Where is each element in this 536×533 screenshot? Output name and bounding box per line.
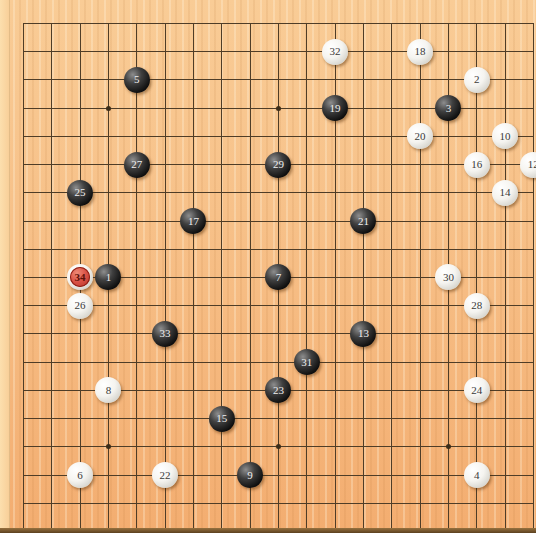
intersection-14-3[interactable] [378, 66, 406, 94]
intersection-10-7[interactable] [264, 179, 292, 207]
intersection-9-1[interactable] [236, 9, 264, 37]
intersection-3-15[interactable] [66, 404, 94, 432]
intersection-4-6[interactable] [94, 150, 122, 178]
intersection-15-15[interactable] [406, 404, 434, 432]
intersection-1-18[interactable] [9, 489, 37, 517]
intersection-12-18[interactable] [321, 489, 349, 517]
intersection-9-12[interactable] [236, 320, 264, 348]
intersection-8-1[interactable] [208, 9, 236, 37]
intersection-9-17[interactable]: 9 [236, 461, 264, 489]
intersection-5-16[interactable] [123, 433, 151, 461]
intersection-10-14[interactable]: 23 [264, 376, 292, 404]
intersection-6-16[interactable] [151, 433, 179, 461]
intersection-13-16[interactable] [349, 433, 377, 461]
go-board[interactable]: 3218521932010272916122514172134173026283… [9, 9, 536, 533]
intersection-6-17[interactable]: 22 [151, 461, 179, 489]
intersection-3-17[interactable]: 6 [66, 461, 94, 489]
intersection-3-12[interactable] [66, 320, 94, 348]
intersection-9-5[interactable] [236, 122, 264, 150]
intersection-4-2[interactable] [94, 38, 122, 66]
intersection-12-11[interactable] [321, 292, 349, 320]
intersection-13-13[interactable] [349, 348, 377, 376]
intersection-2-7[interactable] [38, 179, 66, 207]
intersection-14-16[interactable] [378, 433, 406, 461]
intersection-4-10[interactable]: 1 [94, 263, 122, 291]
intersection-14-12[interactable] [378, 320, 406, 348]
intersection-5-9[interactable] [123, 235, 151, 263]
intersection-14-14[interactable] [378, 376, 406, 404]
intersection-14-2[interactable] [378, 38, 406, 66]
intersection-3-13[interactable] [66, 348, 94, 376]
intersection-4-13[interactable] [94, 348, 122, 376]
intersection-1-4[interactable] [9, 94, 37, 122]
intersection-12-2[interactable]: 32 [321, 38, 349, 66]
intersection-19-1[interactable] [519, 9, 536, 37]
intersection-18-8[interactable] [491, 207, 519, 235]
intersection-10-1[interactable] [264, 9, 292, 37]
intersection-3-1[interactable] [66, 9, 94, 37]
intersection-11-10[interactable] [293, 263, 321, 291]
intersection-18-5[interactable]: 10 [491, 122, 519, 150]
intersection-11-12[interactable] [293, 320, 321, 348]
intersection-1-15[interactable] [9, 404, 37, 432]
intersection-1-16[interactable] [9, 433, 37, 461]
intersection-1-14[interactable] [9, 376, 37, 404]
intersection-6-7[interactable] [151, 179, 179, 207]
intersection-16-9[interactable] [434, 235, 462, 263]
intersection-14-9[interactable] [378, 235, 406, 263]
intersection-13-15[interactable] [349, 404, 377, 432]
intersection-9-11[interactable] [236, 292, 264, 320]
intersection-11-14[interactable] [293, 376, 321, 404]
intersection-8-4[interactable] [208, 94, 236, 122]
intersection-3-7[interactable]: 25 [66, 179, 94, 207]
intersection-14-15[interactable] [378, 404, 406, 432]
intersection-6-1[interactable] [151, 9, 179, 37]
intersection-6-4[interactable] [151, 94, 179, 122]
intersection-13-7[interactable] [349, 179, 377, 207]
intersection-2-5[interactable] [38, 122, 66, 150]
intersection-2-16[interactable] [38, 433, 66, 461]
intersection-17-1[interactable] [463, 9, 491, 37]
intersection-1-9[interactable] [9, 235, 37, 263]
intersection-5-1[interactable] [123, 9, 151, 37]
intersection-15-4[interactable] [406, 94, 434, 122]
intersection-13-12[interactable]: 13 [349, 320, 377, 348]
intersection-16-18[interactable] [434, 489, 462, 517]
intersection-18-10[interactable] [491, 263, 519, 291]
intersection-8-13[interactable] [208, 348, 236, 376]
intersection-13-10[interactable] [349, 263, 377, 291]
intersection-13-11[interactable] [349, 292, 377, 320]
intersection-2-12[interactable] [38, 320, 66, 348]
intersection-16-12[interactable] [434, 320, 462, 348]
intersection-12-7[interactable] [321, 179, 349, 207]
intersection-7-15[interactable] [179, 404, 207, 432]
intersection-16-10[interactable]: 30 [434, 263, 462, 291]
intersection-11-17[interactable] [293, 461, 321, 489]
intersection-19-17[interactable] [519, 461, 536, 489]
intersection-8-15[interactable]: 15 [208, 404, 236, 432]
intersection-5-12[interactable] [123, 320, 151, 348]
intersection-6-9[interactable] [151, 235, 179, 263]
intersection-12-5[interactable] [321, 122, 349, 150]
intersection-8-10[interactable] [208, 263, 236, 291]
intersection-13-1[interactable] [349, 9, 377, 37]
intersection-12-6[interactable] [321, 150, 349, 178]
intersection-7-7[interactable] [179, 179, 207, 207]
intersection-1-12[interactable] [9, 320, 37, 348]
intersection-4-14[interactable]: 8 [94, 376, 122, 404]
intersection-4-15[interactable] [94, 404, 122, 432]
intersection-12-15[interactable] [321, 404, 349, 432]
intersection-14-18[interactable] [378, 489, 406, 517]
intersection-19-14[interactable] [519, 376, 536, 404]
intersection-13-9[interactable] [349, 235, 377, 263]
intersection-16-7[interactable] [434, 179, 462, 207]
intersection-9-14[interactable] [236, 376, 264, 404]
intersection-7-17[interactable] [179, 461, 207, 489]
intersection-13-5[interactable] [349, 122, 377, 150]
intersection-1-13[interactable] [9, 348, 37, 376]
intersection-19-3[interactable] [519, 66, 536, 94]
intersection-10-16[interactable] [264, 433, 292, 461]
intersection-6-8[interactable] [151, 207, 179, 235]
intersection-19-15[interactable] [519, 404, 536, 432]
intersection-13-17[interactable] [349, 461, 377, 489]
intersection-2-1[interactable] [38, 9, 66, 37]
intersection-8-6[interactable] [208, 150, 236, 178]
intersection-10-11[interactable] [264, 292, 292, 320]
intersection-4-8[interactable] [94, 207, 122, 235]
intersection-16-5[interactable] [434, 122, 462, 150]
intersection-5-8[interactable] [123, 207, 151, 235]
intersection-14-13[interactable] [378, 348, 406, 376]
intersection-17-6[interactable]: 16 [463, 150, 491, 178]
intersection-4-18[interactable] [94, 489, 122, 517]
intersection-1-7[interactable] [9, 179, 37, 207]
intersection-16-1[interactable] [434, 9, 462, 37]
intersection-8-12[interactable] [208, 320, 236, 348]
intersection-7-2[interactable] [179, 38, 207, 66]
intersection-7-14[interactable] [179, 376, 207, 404]
intersection-17-15[interactable] [463, 404, 491, 432]
intersection-16-4[interactable]: 3 [434, 94, 462, 122]
intersection-7-1[interactable] [179, 9, 207, 37]
intersection-16-13[interactable] [434, 348, 462, 376]
intersection-2-15[interactable] [38, 404, 66, 432]
intersection-10-12[interactable] [264, 320, 292, 348]
intersection-9-8[interactable] [236, 207, 264, 235]
intersection-17-2[interactable] [463, 38, 491, 66]
intersection-3-9[interactable] [66, 235, 94, 263]
intersection-15-8[interactable] [406, 207, 434, 235]
intersection-5-2[interactable] [123, 38, 151, 66]
intersection-5-15[interactable] [123, 404, 151, 432]
intersection-8-8[interactable] [208, 207, 236, 235]
intersection-10-5[interactable] [264, 122, 292, 150]
intersection-11-15[interactable] [293, 404, 321, 432]
intersection-18-16[interactable] [491, 433, 519, 461]
intersection-11-5[interactable] [293, 122, 321, 150]
intersection-6-18[interactable] [151, 489, 179, 517]
intersection-10-15[interactable] [264, 404, 292, 432]
intersection-2-8[interactable] [38, 207, 66, 235]
intersection-18-7[interactable]: 14 [491, 179, 519, 207]
intersection-2-9[interactable] [38, 235, 66, 263]
intersection-2-13[interactable] [38, 348, 66, 376]
intersection-1-3[interactable] [9, 66, 37, 94]
intersection-19-11[interactable] [519, 292, 536, 320]
intersection-4-16[interactable] [94, 433, 122, 461]
intersection-4-17[interactable] [94, 461, 122, 489]
intersection-9-13[interactable] [236, 348, 264, 376]
intersection-3-2[interactable] [66, 38, 94, 66]
intersection-12-12[interactable] [321, 320, 349, 348]
intersection-11-16[interactable] [293, 433, 321, 461]
intersection-4-4[interactable] [94, 94, 122, 122]
intersection-2-14[interactable] [38, 376, 66, 404]
intersection-15-14[interactable] [406, 376, 434, 404]
intersection-14-10[interactable] [378, 263, 406, 291]
intersection-18-17[interactable] [491, 461, 519, 489]
intersection-1-10[interactable] [9, 263, 37, 291]
intersection-17-18[interactable] [463, 489, 491, 517]
intersection-4-7[interactable] [94, 179, 122, 207]
intersection-15-18[interactable] [406, 489, 434, 517]
intersection-13-4[interactable] [349, 94, 377, 122]
intersection-19-6[interactable]: 12 [519, 150, 536, 178]
intersection-19-9[interactable] [519, 235, 536, 263]
intersection-6-10[interactable] [151, 263, 179, 291]
intersection-4-1[interactable] [94, 9, 122, 37]
intersection-7-6[interactable] [179, 150, 207, 178]
intersection-19-7[interactable] [519, 179, 536, 207]
intersection-19-13[interactable] [519, 348, 536, 376]
intersection-2-18[interactable] [38, 489, 66, 517]
intersection-7-3[interactable] [179, 66, 207, 94]
intersection-15-12[interactable] [406, 320, 434, 348]
intersection-8-17[interactable] [208, 461, 236, 489]
intersection-16-15[interactable] [434, 404, 462, 432]
intersection-13-18[interactable] [349, 489, 377, 517]
intersection-6-15[interactable] [151, 404, 179, 432]
intersection-16-2[interactable] [434, 38, 462, 66]
intersection-9-10[interactable] [236, 263, 264, 291]
intersection-11-2[interactable] [293, 38, 321, 66]
intersection-1-1[interactable] [9, 9, 37, 37]
intersection-19-16[interactable] [519, 433, 536, 461]
intersection-2-11[interactable] [38, 292, 66, 320]
intersection-8-5[interactable] [208, 122, 236, 150]
intersection-15-9[interactable] [406, 235, 434, 263]
intersection-3-10[interactable]: 34 [66, 263, 94, 291]
intersection-15-11[interactable] [406, 292, 434, 320]
intersection-17-12[interactable] [463, 320, 491, 348]
intersection-3-14[interactable] [66, 376, 94, 404]
intersection-3-16[interactable] [66, 433, 94, 461]
intersection-5-11[interactable] [123, 292, 151, 320]
intersection-6-5[interactable] [151, 122, 179, 150]
intersection-6-13[interactable] [151, 348, 179, 376]
intersection-7-16[interactable] [179, 433, 207, 461]
intersection-7-9[interactable] [179, 235, 207, 263]
intersection-6-6[interactable] [151, 150, 179, 178]
intersection-2-4[interactable] [38, 94, 66, 122]
intersection-19-12[interactable] [519, 320, 536, 348]
intersection-17-14[interactable]: 24 [463, 376, 491, 404]
intersection-15-13[interactable] [406, 348, 434, 376]
intersection-13-6[interactable] [349, 150, 377, 178]
intersection-5-5[interactable] [123, 122, 151, 150]
intersection-17-5[interactable] [463, 122, 491, 150]
intersection-12-16[interactable] [321, 433, 349, 461]
intersection-6-12[interactable]: 33 [151, 320, 179, 348]
intersection-8-3[interactable] [208, 66, 236, 94]
intersection-4-3[interactable] [94, 66, 122, 94]
intersection-16-11[interactable] [434, 292, 462, 320]
intersection-15-3[interactable] [406, 66, 434, 94]
intersection-18-13[interactable] [491, 348, 519, 376]
intersection-8-14[interactable] [208, 376, 236, 404]
intersection-5-7[interactable] [123, 179, 151, 207]
intersection-5-17[interactable] [123, 461, 151, 489]
intersection-5-18[interactable] [123, 489, 151, 517]
intersection-16-16[interactable] [434, 433, 462, 461]
intersection-14-17[interactable] [378, 461, 406, 489]
intersection-1-8[interactable] [9, 207, 37, 235]
intersection-17-7[interactable] [463, 179, 491, 207]
intersection-2-6[interactable] [38, 150, 66, 178]
intersection-12-1[interactable] [321, 9, 349, 37]
intersection-11-18[interactable] [293, 489, 321, 517]
intersection-8-7[interactable] [208, 179, 236, 207]
intersection-18-3[interactable] [491, 66, 519, 94]
intersection-15-17[interactable] [406, 461, 434, 489]
intersection-19-18[interactable] [519, 489, 536, 517]
intersection-18-9[interactable] [491, 235, 519, 263]
intersection-1-17[interactable] [9, 461, 37, 489]
intersection-13-3[interactable] [349, 66, 377, 94]
intersection-9-6[interactable] [236, 150, 264, 178]
intersection-2-10[interactable] [38, 263, 66, 291]
intersection-17-9[interactable] [463, 235, 491, 263]
intersection-17-10[interactable] [463, 263, 491, 291]
intersection-13-2[interactable] [349, 38, 377, 66]
intersection-10-2[interactable] [264, 38, 292, 66]
intersection-7-8[interactable]: 17 [179, 207, 207, 235]
intersection-10-18[interactable] [264, 489, 292, 517]
intersection-10-3[interactable] [264, 66, 292, 94]
intersection-4-12[interactable] [94, 320, 122, 348]
intersection-12-17[interactable] [321, 461, 349, 489]
intersection-11-1[interactable] [293, 9, 321, 37]
intersection-5-14[interactable] [123, 376, 151, 404]
intersection-15-1[interactable] [406, 9, 434, 37]
intersection-17-8[interactable] [463, 207, 491, 235]
intersection-12-4[interactable]: 19 [321, 94, 349, 122]
intersection-10-17[interactable] [264, 461, 292, 489]
intersection-18-12[interactable] [491, 320, 519, 348]
intersection-9-9[interactable] [236, 235, 264, 263]
intersection-11-6[interactable] [293, 150, 321, 178]
intersection-10-10[interactable]: 7 [264, 263, 292, 291]
intersection-19-4[interactable] [519, 94, 536, 122]
intersection-13-14[interactable] [349, 376, 377, 404]
intersection-3-11[interactable]: 26 [66, 292, 94, 320]
intersection-15-7[interactable] [406, 179, 434, 207]
intersection-11-8[interactable] [293, 207, 321, 235]
intersection-11-11[interactable] [293, 292, 321, 320]
intersection-12-8[interactable] [321, 207, 349, 235]
intersection-7-18[interactable] [179, 489, 207, 517]
intersection-18-11[interactable] [491, 292, 519, 320]
intersection-14-1[interactable] [378, 9, 406, 37]
intersection-3-6[interactable] [66, 150, 94, 178]
intersection-18-18[interactable] [491, 489, 519, 517]
intersection-5-6[interactable]: 27 [123, 150, 151, 178]
intersection-19-2[interactable] [519, 38, 536, 66]
intersection-14-4[interactable] [378, 94, 406, 122]
intersection-16-14[interactable] [434, 376, 462, 404]
intersection-13-8[interactable]: 21 [349, 207, 377, 235]
intersection-5-10[interactable] [123, 263, 151, 291]
intersection-7-13[interactable] [179, 348, 207, 376]
intersection-6-14[interactable] [151, 376, 179, 404]
intersection-17-3[interactable]: 2 [463, 66, 491, 94]
intersection-3-3[interactable] [66, 66, 94, 94]
intersection-8-16[interactable] [208, 433, 236, 461]
intersection-11-9[interactable] [293, 235, 321, 263]
intersection-16-6[interactable] [434, 150, 462, 178]
intersection-9-15[interactable] [236, 404, 264, 432]
intersection-12-9[interactable] [321, 235, 349, 263]
intersection-11-13[interactable]: 31 [293, 348, 321, 376]
intersection-5-3[interactable]: 5 [123, 66, 151, 94]
intersection-7-10[interactable] [179, 263, 207, 291]
intersection-9-16[interactable] [236, 433, 264, 461]
intersection-8-9[interactable] [208, 235, 236, 263]
intersection-9-3[interactable] [236, 66, 264, 94]
intersection-2-3[interactable] [38, 66, 66, 94]
intersection-7-11[interactable] [179, 292, 207, 320]
intersection-17-4[interactable] [463, 94, 491, 122]
intersection-17-16[interactable] [463, 433, 491, 461]
intersection-15-2[interactable]: 18 [406, 38, 434, 66]
intersection-11-4[interactable] [293, 94, 321, 122]
intersection-1-11[interactable] [9, 292, 37, 320]
intersection-15-10[interactable] [406, 263, 434, 291]
intersection-11-7[interactable] [293, 179, 321, 207]
intersection-10-4[interactable] [264, 94, 292, 122]
intersection-19-10[interactable] [519, 263, 536, 291]
intersection-7-5[interactable] [179, 122, 207, 150]
intersection-8-2[interactable] [208, 38, 236, 66]
intersection-6-11[interactable] [151, 292, 179, 320]
intersection-15-16[interactable] [406, 433, 434, 461]
intersection-16-8[interactable] [434, 207, 462, 235]
intersection-18-15[interactable] [491, 404, 519, 432]
intersection-4-11[interactable] [94, 292, 122, 320]
intersection-5-4[interactable] [123, 94, 151, 122]
intersection-18-6[interactable] [491, 150, 519, 178]
intersection-16-3[interactable] [434, 66, 462, 94]
intersection-12-10[interactable] [321, 263, 349, 291]
intersection-9-2[interactable] [236, 38, 264, 66]
intersection-8-11[interactable] [208, 292, 236, 320]
intersection-10-8[interactable] [264, 207, 292, 235]
intersection-9-18[interactable] [236, 489, 264, 517]
